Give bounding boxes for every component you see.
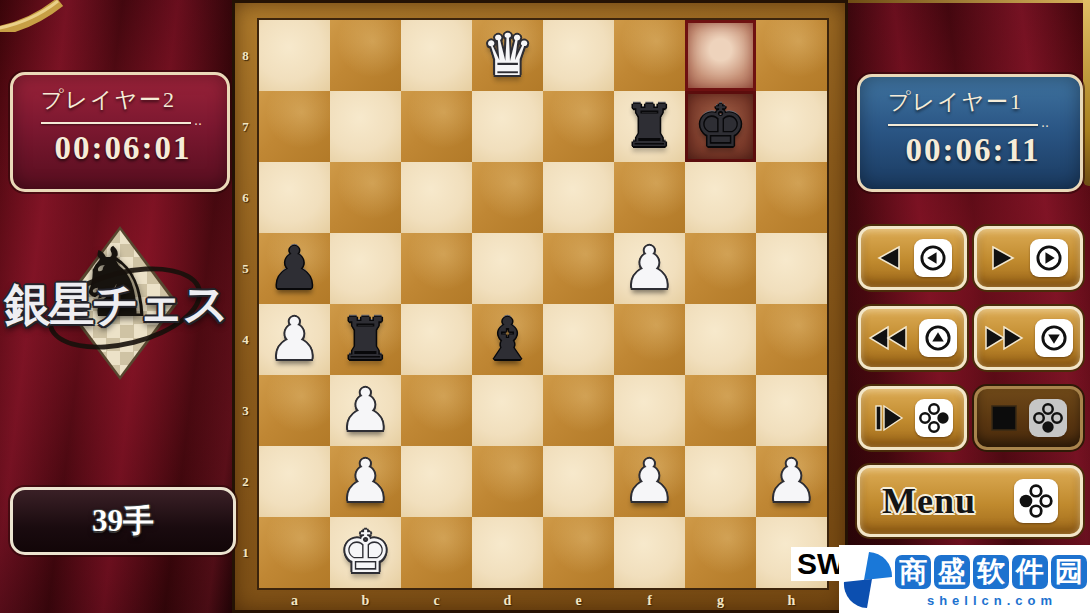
player2-clock: 00:06:01 [33,130,213,167]
square-e3[interactable] [543,375,614,446]
controller-face-buttons-square-icon [1014,479,1058,523]
white-queen-d8: ♛ [472,20,543,91]
menu-button-label: Menu [882,480,976,522]
menu-button[interactable]: Menu [857,465,1083,537]
game-screen: プレイヤー2 ‥ 00:06:01 ♞ 銀星チェス 39手 87654321 ♛… [0,0,1090,613]
square-f6[interactable] [614,162,685,233]
square-g7[interactable]: ♚ [685,91,756,162]
square-h6[interactable] [756,162,827,233]
step-forward-button[interactable] [974,226,1083,290]
chess-board-frame: 87654321 ♛♜♚♟♟♟♜♝♟♟♟♟♚ abcdefgh [232,0,848,613]
white-king-b1: ♚ [330,517,401,588]
square-g1[interactable] [685,517,756,588]
square-g4[interactable] [685,304,756,375]
square-a6[interactable] [259,162,330,233]
square-f7[interactable]: ♜ [614,91,685,162]
site-watermark: 商 盛 软 件 园 shellcn.com [839,545,1090,613]
square-f4[interactable] [614,304,685,375]
black-rook-b4: ♜ [330,304,401,375]
square-b1[interactable]: ♚ [330,517,401,588]
square-h5[interactable] [756,233,827,304]
file-labels: abcdefgh [259,588,827,613]
chess-board[interactable]: ♛♜♚♟♟♟♜♝♟♟♟♟♚ [259,20,827,588]
black-rook-f7: ♜ [614,91,685,162]
square-h2[interactable]: ♟ [756,446,827,517]
square-e7[interactable] [543,91,614,162]
file-label-g: g [685,588,756,613]
square-e8[interactable] [543,20,614,91]
player2-clock-panel: プレイヤー2 ‥ 00:06:01 [10,72,230,192]
rank-label-2: 2 [232,446,259,517]
rank-label-6: 6 [232,162,259,233]
controller-circled-arrow-down-icon [1035,319,1073,357]
stop-square-icon [990,404,1018,432]
controller-circled-arrow-left-icon [914,239,952,277]
black-king-g7: ♚ [685,91,756,162]
player2-name: プレイヤー2 [33,85,213,115]
square-a7[interactable] [259,91,330,162]
file-label-a: a [259,588,330,613]
square-e2[interactable] [543,446,614,517]
square-c2[interactable] [401,446,472,517]
white-pawn-b2: ♟ [330,446,401,517]
player1-clock-panel: プレイヤー1 ‥ 00:06:11 [857,74,1083,192]
resume-play-button[interactable] [858,386,967,450]
site-name-characters: 商 盛 软 件 园 [895,555,1087,589]
square-b5[interactable] [330,233,401,304]
square-e6[interactable] [543,162,614,233]
white-pawn-b3: ♟ [330,375,401,446]
controller-face-buttons-cross-icon [1029,399,1067,437]
square-h7[interactable] [756,91,827,162]
square-d5[interactable] [472,233,543,304]
game-logo: ♞ 銀星チェス [0,210,232,400]
square-e1[interactable] [543,517,614,588]
player2-name-underline: ‥ [41,118,209,124]
file-label-c: c [401,588,472,613]
square-b4[interactable]: ♜ [330,304,401,375]
player1-clock: 00:06:11 [880,132,1066,169]
square-e4[interactable] [543,304,614,375]
step-back-button[interactable] [858,226,967,290]
square-f8[interactable] [614,20,685,91]
rank-label-1: 1 [232,517,259,588]
square-b2[interactable]: ♟ [330,446,401,517]
arrow-right-icon [989,244,1019,272]
site-url: shellcn.com [897,593,1087,608]
logo-title: 銀星チェス [0,274,238,336]
square-d8[interactable]: ♛ [472,20,543,91]
white-pawn-h2: ♟ [756,446,827,517]
white-pawn-a4: ♟ [259,304,330,375]
square-c4[interactable] [401,304,472,375]
square-f2[interactable]: ♟ [614,446,685,517]
white-pawn-f2: ♟ [614,446,685,517]
controller-circled-arrow-up-icon [919,319,957,357]
file-label-d: d [472,588,543,613]
rank-label-3: 3 [232,375,259,446]
square-f1[interactable] [614,517,685,588]
square-b7[interactable] [330,91,401,162]
square-f3[interactable] [614,375,685,446]
square-f5[interactable]: ♟ [614,233,685,304]
double-arrow-right-icon [984,324,1024,352]
square-b3[interactable]: ♟ [330,375,401,446]
fast-forward-button[interactable] [974,306,1083,370]
file-label-f: f [614,588,685,613]
square-d4[interactable]: ♝ [472,304,543,375]
square-d2[interactable] [472,446,543,517]
square-h8[interactable] [756,20,827,91]
square-h4[interactable] [756,304,827,375]
square-d7[interactable] [472,91,543,162]
rewind-button[interactable] [858,306,967,370]
square-g2[interactable] [685,446,756,517]
file-label-h: h [756,588,827,613]
move-counter: 39手 [92,500,154,542]
square-c8[interactable] [401,20,472,91]
shellcn-logo-icon [842,551,894,609]
square-d3[interactable] [472,375,543,446]
square-c1[interactable] [401,517,472,588]
stop-button[interactable] [974,386,1083,450]
square-h3[interactable] [756,375,827,446]
double-arrow-left-icon [868,324,908,352]
white-pawn-f5: ♟ [614,233,685,304]
square-c5[interactable] [401,233,472,304]
square-c6[interactable] [401,162,472,233]
move-counter-panel: 39手 [10,487,236,555]
arrow-left-icon [873,244,903,272]
square-a5[interactable]: ♟ [259,233,330,304]
square-a1[interactable] [259,517,330,588]
square-a3[interactable] [259,375,330,446]
controller-face-buttons-circle-icon [915,399,953,437]
rank-label-8: 8 [232,20,259,91]
file-label-b: b [330,588,401,613]
gold-top-edge [848,0,1090,3]
step-play-icon [872,403,904,433]
square-a8[interactable] [259,20,330,91]
black-bishop-d4: ♝ [472,304,543,375]
square-a4[interactable]: ♟ [259,304,330,375]
square-a2[interactable] [259,446,330,517]
square-g5[interactable] [685,233,756,304]
controller-circled-arrow-right-icon [1030,239,1068,277]
player1-name-underline: ‥ [888,120,1062,126]
rank-label-7: 7 [232,91,259,162]
player1-name: プレイヤー1 [880,87,1066,117]
square-c3[interactable] [401,375,472,446]
gold-right-edge [1083,0,1090,186]
square-g6[interactable] [685,162,756,233]
square-c7[interactable] [401,91,472,162]
square-g3[interactable] [685,375,756,446]
square-b8[interactable] [330,20,401,91]
square-b6[interactable] [330,162,401,233]
square-e5[interactable] [543,233,614,304]
black-pawn-a5: ♟ [259,233,330,304]
square-d6[interactable] [472,162,543,233]
file-label-e: e [543,588,614,613]
square-g8[interactable] [685,20,756,91]
square-d1[interactable] [472,517,543,588]
